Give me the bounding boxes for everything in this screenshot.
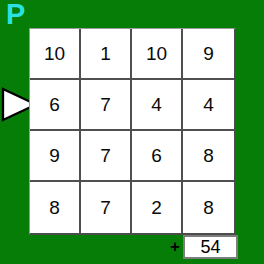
grid-cell[interactable]: 6 (30, 80, 81, 131)
grid-cell[interactable]: 1 (81, 29, 132, 80)
grid-cell[interactable]: 7 (81, 182, 132, 233)
grid-cell[interactable]: 9 (30, 131, 81, 182)
grid-cell[interactable]: 8 (183, 182, 234, 233)
grid-cell[interactable]: 10 (30, 29, 81, 80)
grid-cell[interactable]: 7 (81, 80, 132, 131)
grid-cell[interactable]: 9 (183, 29, 234, 80)
grid-cell[interactable]: 8 (183, 131, 234, 182)
grid-cell[interactable]: 2 (132, 182, 183, 233)
sum-box: 54 (183, 235, 238, 259)
board-background: P 101109674497688728 + 54 (0, 0, 264, 264)
number-grid: 101109674497688728 (29, 28, 236, 235)
grid-cell[interactable]: 8 (30, 182, 81, 233)
plus-operator: + (166, 237, 184, 257)
grid-cell[interactable]: 4 (183, 80, 234, 131)
grid-cell[interactable]: 10 (132, 29, 183, 80)
grid-cell[interactable]: 4 (132, 80, 183, 131)
grid-cell[interactable]: 6 (132, 131, 183, 182)
sum-value: 54 (200, 237, 220, 258)
player-label: P (6, 0, 25, 31)
grid-cell[interactable]: 7 (81, 131, 132, 182)
